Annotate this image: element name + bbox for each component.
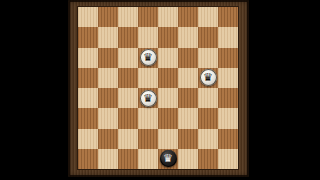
- board-square[interactable]: [218, 27, 238, 47]
- board-square[interactable]: [218, 68, 238, 88]
- board-square[interactable]: [158, 68, 178, 88]
- board-square[interactable]: [218, 108, 238, 128]
- checkers-board: ♛♛♛♛: [68, 0, 249, 177]
- board-square[interactable]: [178, 7, 198, 27]
- board-square[interactable]: [138, 27, 158, 47]
- board-square[interactable]: [198, 88, 218, 108]
- board-square[interactable]: [98, 7, 118, 27]
- board-square[interactable]: [98, 27, 118, 47]
- board-square[interactable]: [138, 149, 158, 169]
- white-king[interactable]: ♛: [140, 90, 157, 107]
- white-king[interactable]: ♛: [140, 49, 157, 66]
- board-square[interactable]: [178, 88, 198, 108]
- board-square[interactable]: ♛: [138, 88, 158, 108]
- crown-icon: ♛: [143, 52, 153, 63]
- board-square[interactable]: [118, 27, 138, 47]
- board-square[interactable]: [78, 129, 98, 149]
- board-square[interactable]: [178, 27, 198, 47]
- board-square[interactable]: [158, 27, 178, 47]
- board-square[interactable]: [98, 88, 118, 108]
- white-king[interactable]: ♛: [200, 69, 217, 86]
- board-square[interactable]: [218, 129, 238, 149]
- board-square[interactable]: [218, 48, 238, 68]
- board-grid: ♛♛♛♛: [78, 7, 238, 169]
- board-square[interactable]: [198, 149, 218, 169]
- board-square[interactable]: [178, 68, 198, 88]
- board-square[interactable]: [218, 149, 238, 169]
- crown-icon: ♛: [143, 92, 153, 103]
- board-square[interactable]: [158, 7, 178, 27]
- board-square[interactable]: [218, 88, 238, 108]
- board-square[interactable]: [118, 68, 138, 88]
- board-square[interactable]: [78, 48, 98, 68]
- board-square[interactable]: [118, 7, 138, 27]
- board-square[interactable]: [198, 48, 218, 68]
- board-square[interactable]: [198, 27, 218, 47]
- board-square[interactable]: ♛: [198, 68, 218, 88]
- board-square[interactable]: [98, 149, 118, 169]
- board-square[interactable]: [98, 68, 118, 88]
- board-square[interactable]: [78, 149, 98, 169]
- board-square[interactable]: [138, 129, 158, 149]
- board-square[interactable]: [178, 108, 198, 128]
- board-square[interactable]: [118, 108, 138, 128]
- board-square[interactable]: ♛: [138, 48, 158, 68]
- board-square[interactable]: [138, 108, 158, 128]
- board-square[interactable]: [178, 149, 198, 169]
- board-square[interactable]: [78, 108, 98, 128]
- board-square[interactable]: [78, 68, 98, 88]
- board-square[interactable]: [98, 48, 118, 68]
- board-square[interactable]: [178, 48, 198, 68]
- board-square[interactable]: [198, 129, 218, 149]
- board-square[interactable]: [78, 7, 98, 27]
- black-king[interactable]: ♛: [160, 150, 177, 167]
- board-square[interactable]: [98, 108, 118, 128]
- board-square[interactable]: ♛: [158, 149, 178, 169]
- board-square[interactable]: [118, 48, 138, 68]
- board-square[interactable]: [138, 68, 158, 88]
- crown-icon: ♛: [163, 153, 173, 164]
- board-square[interactable]: [138, 7, 158, 27]
- board-square[interactable]: [158, 108, 178, 128]
- crown-icon: ♛: [203, 72, 213, 83]
- board-square[interactable]: [158, 88, 178, 108]
- board-square[interactable]: [78, 27, 98, 47]
- board-square[interactable]: [198, 7, 218, 27]
- board-square[interactable]: [118, 88, 138, 108]
- board-square[interactable]: [218, 7, 238, 27]
- screen: ♛♛♛♛: [0, 0, 320, 180]
- board-square[interactable]: [158, 129, 178, 149]
- board-square[interactable]: [178, 129, 198, 149]
- board-square[interactable]: [78, 88, 98, 108]
- board-square[interactable]: [98, 129, 118, 149]
- board-square[interactable]: [158, 48, 178, 68]
- board-square[interactable]: [118, 129, 138, 149]
- board-square[interactable]: [198, 108, 218, 128]
- board-square[interactable]: [118, 149, 138, 169]
